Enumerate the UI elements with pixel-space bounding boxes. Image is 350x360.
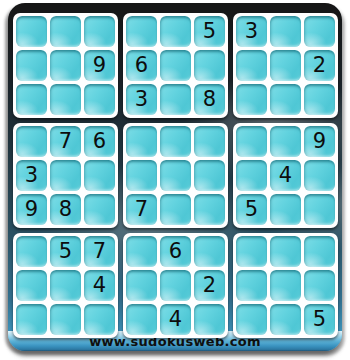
cell-r2c4: 6 [126, 50, 157, 81]
cell-r5c1: 3 [16, 160, 47, 191]
cell-r2c2[interactable] [50, 50, 81, 81]
cell-r8c5[interactable] [160, 270, 191, 301]
cell-r9c3[interactable] [84, 304, 115, 335]
cell-r6c9[interactable] [304, 194, 335, 225]
cell-r7c7[interactable] [236, 236, 267, 267]
cell-r5c7[interactable] [236, 160, 267, 191]
sudoku-board-plaque: www.sudokusweb.com 956383276398794557462… [8, 3, 342, 351]
cell-r6c7: 5 [236, 194, 267, 225]
cell-r6c2: 8 [50, 194, 81, 225]
cell-r7c8[interactable] [270, 236, 301, 267]
cell-r1c9[interactable] [304, 16, 335, 47]
sudoku-page: www.sudokusweb.com 956383276398794557462… [0, 0, 350, 360]
cell-r4c4[interactable] [126, 126, 157, 157]
cell-r4c1[interactable] [16, 126, 47, 157]
cell-r2c1[interactable] [16, 50, 47, 81]
cell-r6c1: 9 [16, 194, 47, 225]
cell-r5c4[interactable] [126, 160, 157, 191]
cell-r9c5: 4 [160, 304, 191, 335]
cell-r6c8[interactable] [270, 194, 301, 225]
cell-r3c6: 8 [194, 84, 225, 115]
cell-r6c4: 7 [126, 194, 157, 225]
cell-r5c8: 4 [270, 160, 301, 191]
cell-r8c3: 4 [84, 270, 115, 301]
cell-r9c4[interactable] [126, 304, 157, 335]
box-1-3: 32 [233, 13, 338, 118]
cell-r9c1[interactable] [16, 304, 47, 335]
cell-r8c4[interactable] [126, 270, 157, 301]
cell-r1c7: 3 [236, 16, 267, 47]
cell-r8c2[interactable] [50, 270, 81, 301]
sudoku-board: 95638327639879455746245 [13, 13, 338, 338]
cell-r1c3[interactable] [84, 16, 115, 47]
cell-r3c1[interactable] [16, 84, 47, 115]
box-1-2: 5638 [123, 13, 228, 118]
cell-r9c6[interactable] [194, 304, 225, 335]
cell-r7c1[interactable] [16, 236, 47, 267]
cell-r8c7[interactable] [236, 270, 267, 301]
cell-r3c3[interactable] [84, 84, 115, 115]
cell-r3c7[interactable] [236, 84, 267, 115]
cell-r7c4[interactable] [126, 236, 157, 267]
cell-r6c3[interactable] [84, 194, 115, 225]
cell-r3c2[interactable] [50, 84, 81, 115]
cell-r4c5[interactable] [160, 126, 191, 157]
cell-r5c2[interactable] [50, 160, 81, 191]
cell-r2c7[interactable] [236, 50, 267, 81]
cell-r2c5[interactable] [160, 50, 191, 81]
box-3-2: 624 [123, 233, 228, 338]
cell-r9c9: 5 [304, 304, 335, 335]
cell-r4c7[interactable] [236, 126, 267, 157]
cell-r1c5[interactable] [160, 16, 191, 47]
cell-r5c3[interactable] [84, 160, 115, 191]
box-2-3: 945 [233, 123, 338, 228]
box-3-1: 574 [13, 233, 118, 338]
cell-r3c9[interactable] [304, 84, 335, 115]
cell-r7c5: 6 [160, 236, 191, 267]
box-3-3: 5 [233, 233, 338, 338]
cell-r8c8[interactable] [270, 270, 301, 301]
cell-r4c6[interactable] [194, 126, 225, 157]
cell-r2c9: 2 [304, 50, 335, 81]
cell-r8c9[interactable] [304, 270, 335, 301]
cell-r4c2: 7 [50, 126, 81, 157]
cell-r8c6: 2 [194, 270, 225, 301]
cell-r1c1[interactable] [16, 16, 47, 47]
cell-r1c2[interactable] [50, 16, 81, 47]
box-1-1: 9 [13, 13, 118, 118]
cell-r2c3: 9 [84, 50, 115, 81]
cell-r6c5[interactable] [160, 194, 191, 225]
cell-r4c8[interactable] [270, 126, 301, 157]
cell-r7c2: 5 [50, 236, 81, 267]
cell-r9c7[interactable] [236, 304, 267, 335]
cell-r1c8[interactable] [270, 16, 301, 47]
cell-r7c3: 7 [84, 236, 115, 267]
cell-r1c6: 5 [194, 16, 225, 47]
cell-r3c4: 3 [126, 84, 157, 115]
cell-r9c8[interactable] [270, 304, 301, 335]
cell-r1c4[interactable] [126, 16, 157, 47]
cell-r2c6[interactable] [194, 50, 225, 81]
cell-r4c9: 9 [304, 126, 335, 157]
cell-r3c8[interactable] [270, 84, 301, 115]
cell-r5c6[interactable] [194, 160, 225, 191]
cell-r3c5[interactable] [160, 84, 191, 115]
cell-r2c8[interactable] [270, 50, 301, 81]
cell-r5c9[interactable] [304, 160, 335, 191]
box-2-2: 7 [123, 123, 228, 228]
cell-r6c6[interactable] [194, 194, 225, 225]
cell-r9c2[interactable] [50, 304, 81, 335]
cell-r8c1[interactable] [16, 270, 47, 301]
cell-r4c3: 6 [84, 126, 115, 157]
box-2-1: 76398 [13, 123, 118, 228]
cell-r7c6[interactable] [194, 236, 225, 267]
cell-r5c5[interactable] [160, 160, 191, 191]
cell-r7c9[interactable] [304, 236, 335, 267]
